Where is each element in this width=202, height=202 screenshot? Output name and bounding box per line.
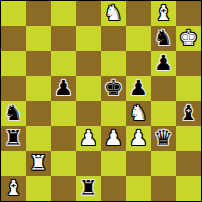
square-d5[interactable] (76, 76, 101, 101)
square-f7[interactable] (126, 26, 151, 51)
white-pawn: ♟ (79, 126, 98, 151)
square-g8[interactable]: ♝ (151, 1, 176, 26)
square-g7[interactable]: ♞ (151, 26, 176, 51)
white-king: ♚ (179, 26, 198, 51)
square-b7[interactable] (26, 26, 51, 51)
black-pawn: ♟ (54, 76, 73, 101)
square-a7[interactable] (1, 26, 26, 51)
square-f2[interactable] (126, 151, 151, 176)
square-e3[interactable]: ♟ (101, 126, 126, 151)
black-pawn: ♟ (129, 76, 148, 101)
square-a1[interactable]: ♝ (1, 176, 26, 201)
square-b5[interactable] (26, 76, 51, 101)
chess-board: ♞♝♞♚♟♟♚♟♞♞♝♜♟♟♟♛♜♝♜ (0, 0, 202, 202)
square-h8[interactable] (176, 1, 201, 26)
square-a6[interactable] (1, 51, 26, 76)
square-h6[interactable] (176, 51, 201, 76)
square-d7[interactable] (76, 26, 101, 51)
square-d2[interactable] (76, 151, 101, 176)
white-pawn: ♟ (129, 126, 148, 151)
square-h4[interactable]: ♝ (176, 101, 201, 126)
black-rook: ♜ (4, 126, 23, 151)
square-d4[interactable] (76, 101, 101, 126)
square-b3[interactable] (26, 126, 51, 151)
square-e2[interactable] (101, 151, 126, 176)
square-d8[interactable] (76, 1, 101, 26)
square-h1[interactable] (176, 176, 201, 201)
square-b1[interactable] (26, 176, 51, 201)
white-pawn: ♟ (104, 126, 123, 151)
square-f4[interactable]: ♞ (126, 101, 151, 126)
square-c8[interactable] (51, 1, 76, 26)
square-e6[interactable] (101, 51, 126, 76)
square-e7[interactable] (101, 26, 126, 51)
square-c5[interactable]: ♟ (51, 76, 76, 101)
square-f8[interactable] (126, 1, 151, 26)
square-c7[interactable] (51, 26, 76, 51)
square-c4[interactable] (51, 101, 76, 126)
square-c1[interactable] (51, 176, 76, 201)
square-b8[interactable] (26, 1, 51, 26)
square-h3[interactable] (176, 126, 201, 151)
square-f5[interactable]: ♟ (126, 76, 151, 101)
black-king: ♚ (104, 76, 123, 101)
square-d3[interactable]: ♟ (76, 126, 101, 151)
square-h2[interactable] (176, 151, 201, 176)
black-pawn: ♟ (154, 51, 173, 76)
black-rook: ♜ (79, 176, 98, 201)
square-f6[interactable] (126, 51, 151, 76)
square-e4[interactable] (101, 101, 126, 126)
square-g6[interactable]: ♟ (151, 51, 176, 76)
black-queen: ♛ (154, 126, 173, 151)
white-knight: ♞ (129, 101, 148, 126)
square-e5[interactable]: ♚ (101, 76, 126, 101)
black-knight: ♞ (4, 101, 23, 126)
square-e1[interactable] (101, 176, 126, 201)
square-b6[interactable] (26, 51, 51, 76)
square-b4[interactable] (26, 101, 51, 126)
square-b2[interactable]: ♜ (26, 151, 51, 176)
square-c2[interactable] (51, 151, 76, 176)
chess-board-window: ♞♝♞♚♟♟♚♟♞♞♝♜♟♟♟♛♜♝♜ (0, 0, 202, 202)
square-g4[interactable] (151, 101, 176, 126)
square-g5[interactable] (151, 76, 176, 101)
square-d1[interactable]: ♜ (76, 176, 101, 201)
square-f3[interactable]: ♟ (126, 126, 151, 151)
square-a8[interactable] (1, 1, 26, 26)
square-a3[interactable]: ♜ (1, 126, 26, 151)
square-h5[interactable] (176, 76, 201, 101)
white-bishop: ♝ (4, 176, 23, 201)
square-a4[interactable]: ♞ (1, 101, 26, 126)
black-knight: ♞ (154, 26, 173, 51)
square-a2[interactable] (1, 151, 26, 176)
square-c6[interactable] (51, 51, 76, 76)
white-knight: ♞ (104, 1, 123, 26)
square-e8[interactable]: ♞ (101, 1, 126, 26)
white-bishop: ♝ (154, 1, 173, 26)
square-g1[interactable] (151, 176, 176, 201)
square-f1[interactable] (126, 176, 151, 201)
square-d6[interactable] (76, 51, 101, 76)
white-rook: ♜ (29, 151, 48, 176)
square-a5[interactable] (1, 76, 26, 101)
square-g2[interactable] (151, 151, 176, 176)
black-bishop: ♝ (179, 101, 198, 126)
square-h7[interactable]: ♚ (176, 26, 201, 51)
square-c3[interactable] (51, 126, 76, 151)
square-g3[interactable]: ♛ (151, 126, 176, 151)
